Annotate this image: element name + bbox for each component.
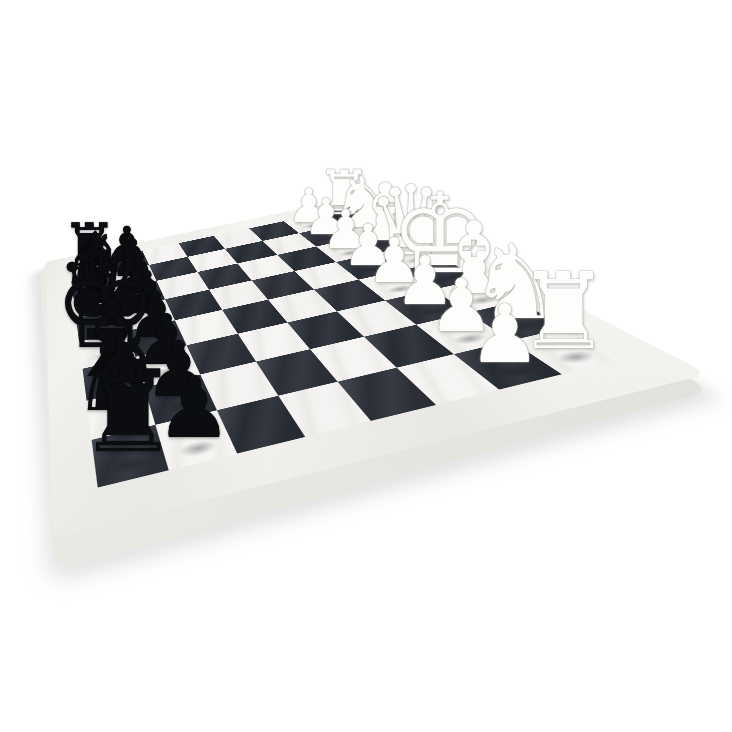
product-photo-stage: ♜♞♝♛♚♝♞♜♟♟♟♟♟♟♟♟♟♟♟♟♟♟♟♟♜♞♝♛♚♝♞♜ xyxy=(0,0,732,732)
